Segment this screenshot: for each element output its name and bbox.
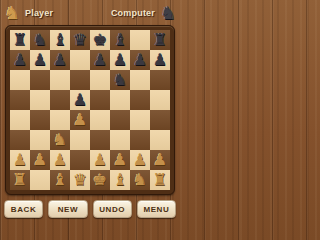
square-a7[interactable]: ♟ [10,50,30,70]
square-d4[interactable]: ♟ [70,110,90,130]
square-b2[interactable]: ♟ [30,150,50,170]
piece-black-pawn[interactable]: ♟ [50,50,70,70]
square-e4[interactable] [90,110,110,130]
piece-black-knight[interactable]: ♞ [30,30,50,50]
square-e6[interactable] [90,70,110,90]
square-d3[interactable] [70,130,90,150]
square-c7[interactable]: ♟ [50,50,70,70]
square-h6[interactable] [150,70,170,90]
square-f6[interactable]: ♞ [110,70,130,90]
square-g3[interactable] [130,130,150,150]
square-c6[interactable] [50,70,70,90]
back-button[interactable]: BACK [4,200,43,218]
piece-black-knight[interactable]: ♞ [110,70,130,90]
square-e2[interactable]: ♟ [90,150,110,170]
piece-black-queen[interactable]: ♛ [70,30,90,50]
square-e1[interactable]: ♚ [90,170,110,190]
square-a6[interactable] [10,70,30,90]
square-e5[interactable] [90,90,110,110]
piece-black-rook[interactable]: ♜ [10,30,30,50]
square-c8[interactable]: ♝ [50,30,70,50]
piece-white-pawn[interactable]: ♟ [150,150,170,170]
piece-black-pawn[interactable]: ♟ [150,50,170,70]
square-g1[interactable]: ♞ [130,170,150,190]
new-button[interactable]: NEW [48,200,87,218]
player-knight-icon: ♞ [2,2,22,24]
piece-white-knight[interactable]: ♞ [50,130,70,150]
chess-board-frame: ♜♞♝♛♚♝♜♟♟♟♟♟♟♟♞♟♟♞♟♟♟♟♟♟♟♜♝♛♚♝♞♜ [5,25,175,195]
piece-white-bishop[interactable]: ♝ [110,170,130,190]
square-g8[interactable] [130,30,150,50]
piece-black-king[interactable]: ♚ [90,30,110,50]
square-a1[interactable]: ♜ [10,170,30,190]
chess-board: ♜♞♝♛♚♝♜♟♟♟♟♟♟♟♞♟♟♞♟♟♟♟♟♟♟♜♝♛♚♝♞♜ [10,30,170,190]
square-h8[interactable]: ♜ [150,30,170,50]
square-a2[interactable]: ♟ [10,150,30,170]
square-g4[interactable] [130,110,150,130]
piece-white-pawn[interactable]: ♟ [130,150,150,170]
piece-white-pawn[interactable]: ♟ [30,150,50,170]
piece-white-queen[interactable]: ♛ [70,170,90,190]
square-a5[interactable] [10,90,30,110]
square-c1[interactable]: ♝ [50,170,70,190]
square-f2[interactable]: ♟ [110,150,130,170]
computer-knight-icon: ♞ [158,2,178,24]
computer-side: Computer ♞ [111,2,178,24]
piece-white-pawn[interactable]: ♟ [110,150,130,170]
piece-black-pawn[interactable]: ♟ [30,50,50,70]
piece-white-pawn[interactable]: ♟ [10,150,30,170]
player-side: ♞ Player [2,2,53,24]
square-h3[interactable] [150,130,170,150]
square-a8[interactable]: ♜ [10,30,30,50]
piece-black-pawn[interactable]: ♟ [10,50,30,70]
square-g6[interactable] [130,70,150,90]
undo-button[interactable]: UNDO [93,200,132,218]
square-b1[interactable] [30,170,50,190]
piece-white-king[interactable]: ♚ [90,170,110,190]
square-b7[interactable]: ♟ [30,50,50,70]
piece-white-pawn[interactable]: ♟ [50,150,70,170]
square-b8[interactable]: ♞ [30,30,50,50]
square-a4[interactable] [10,110,30,130]
square-a3[interactable] [10,130,30,150]
square-e8[interactable]: ♚ [90,30,110,50]
piece-black-pawn[interactable]: ♟ [70,90,90,110]
square-c4[interactable] [50,110,70,130]
square-d8[interactable]: ♛ [70,30,90,50]
square-c3[interactable]: ♞ [50,130,70,150]
piece-black-bishop[interactable]: ♝ [110,30,130,50]
square-f8[interactable]: ♝ [110,30,130,50]
square-e7[interactable]: ♟ [90,50,110,70]
piece-black-rook[interactable]: ♜ [150,30,170,50]
piece-white-pawn[interactable]: ♟ [90,150,110,170]
piece-white-rook[interactable]: ♜ [150,170,170,190]
square-h4[interactable] [150,110,170,130]
header: ♞ Player Computer ♞ [0,0,180,25]
square-b6[interactable] [30,70,50,90]
square-d5[interactable]: ♟ [70,90,90,110]
square-h5[interactable] [150,90,170,110]
piece-black-bishop[interactable]: ♝ [50,30,70,50]
square-h2[interactable]: ♟ [150,150,170,170]
square-d1[interactable]: ♛ [70,170,90,190]
computer-label: Computer [111,8,155,18]
piece-white-knight[interactable]: ♞ [130,170,150,190]
square-b3[interactable] [30,130,50,150]
square-h1[interactable]: ♜ [150,170,170,190]
player-label: Player [25,8,53,18]
piece-black-pawn[interactable]: ♟ [90,50,110,70]
menu-button[interactable]: MENU [137,200,176,218]
square-c5[interactable] [50,90,70,110]
square-f5[interactable] [110,90,130,110]
square-b4[interactable] [30,110,50,130]
square-g5[interactable] [130,90,150,110]
square-b5[interactable] [30,90,50,110]
square-f1[interactable]: ♝ [110,170,130,190]
square-f4[interactable] [110,110,130,130]
square-g7[interactable]: ♟ [130,50,150,70]
square-f3[interactable] [110,130,130,150]
piece-white-pawn[interactable]: ♟ [70,110,90,130]
square-e3[interactable] [90,130,110,150]
piece-black-pawn[interactable]: ♟ [110,50,130,70]
square-d7[interactable] [70,50,90,70]
piece-black-pawn[interactable]: ♟ [130,50,150,70]
toolbar: BACK NEW UNDO MENU [4,200,176,218]
square-f7[interactable]: ♟ [110,50,130,70]
square-g2[interactable]: ♟ [130,150,150,170]
square-c2[interactable]: ♟ [50,150,70,170]
square-d6[interactable] [70,70,90,90]
piece-white-rook[interactable]: ♜ [10,170,30,190]
square-h7[interactable]: ♟ [150,50,170,70]
square-d2[interactable] [70,150,90,170]
piece-white-bishop[interactable]: ♝ [50,170,70,190]
